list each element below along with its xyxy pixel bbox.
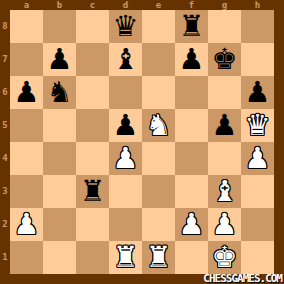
square-c1[interactable]	[76, 241, 109, 274]
square-a3[interactable]	[10, 175, 43, 208]
square-d6[interactable]	[109, 76, 142, 109]
piece-white-king-g1: ♚	[212, 241, 238, 274]
rank-label-1: 1	[0, 241, 10, 274]
square-b6[interactable]: ♞	[43, 76, 76, 109]
square-a7[interactable]	[10, 43, 43, 76]
chessgames-watermark: CHESSGAMES.COM	[203, 272, 282, 284]
piece-white-bishop-g3: ♝	[212, 175, 238, 208]
square-c6[interactable]	[76, 76, 109, 109]
square-a4[interactable]	[10, 142, 43, 175]
square-b3[interactable]	[43, 175, 76, 208]
file-label-g: g	[208, 0, 241, 10]
square-e4[interactable]	[142, 142, 175, 175]
square-d7[interactable]: ♝	[109, 43, 142, 76]
square-g4[interactable]	[208, 142, 241, 175]
file-label-b: b	[43, 0, 76, 10]
piece-black-pawn-f7: ♟	[179, 43, 205, 76]
rank-label-3: 3	[0, 175, 10, 208]
file-label-a: a	[10, 0, 43, 10]
square-h3[interactable]	[241, 175, 274, 208]
piece-white-pawn-g2: ♟	[212, 208, 238, 241]
piece-white-pawn-h4: ♟	[245, 142, 271, 175]
square-h2[interactable]	[241, 208, 274, 241]
square-c8[interactable]	[76, 10, 109, 43]
piece-white-queen-h5: ♛	[245, 109, 271, 142]
square-a2[interactable]: ♟	[10, 208, 43, 241]
piece-black-king-g7: ♚	[212, 43, 238, 76]
square-b5[interactable]	[43, 109, 76, 142]
piece-black-rook-f8: ♜	[179, 10, 205, 43]
square-e6[interactable]	[142, 76, 175, 109]
square-a5[interactable]	[10, 109, 43, 142]
piece-white-rook-e1: ♜	[146, 241, 172, 274]
square-h8[interactable]	[241, 10, 274, 43]
square-b7[interactable]: ♟	[43, 43, 76, 76]
file-label-h: h	[241, 0, 274, 10]
piece-white-rook-d1: ♜	[113, 241, 139, 274]
square-g7[interactable]: ♚	[208, 43, 241, 76]
square-b8[interactable]	[43, 10, 76, 43]
piece-black-knight-b6: ♞	[47, 76, 73, 109]
piece-black-bishop-d7: ♝	[113, 43, 139, 76]
piece-black-pawn-a6: ♟	[14, 76, 40, 109]
square-d1[interactable]: ♜	[109, 241, 142, 274]
square-d4[interactable]: ♟	[109, 142, 142, 175]
square-f1[interactable]	[175, 241, 208, 274]
square-e8[interactable]	[142, 10, 175, 43]
square-f5[interactable]	[175, 109, 208, 142]
file-label-d: d	[109, 0, 142, 10]
rank-label-7: 7	[0, 43, 10, 76]
piece-white-knight-e5: ♞	[146, 109, 172, 142]
square-d8[interactable]: ♛	[109, 10, 142, 43]
rank-label-4: 4	[0, 142, 10, 175]
square-h6[interactable]: ♟	[241, 76, 274, 109]
piece-white-pawn-d4: ♟	[113, 142, 139, 175]
square-h5[interactable]: ♛	[241, 109, 274, 142]
square-a1[interactable]	[10, 241, 43, 274]
rank-label-5: 5	[0, 109, 10, 142]
square-b2[interactable]	[43, 208, 76, 241]
square-e1[interactable]: ♜	[142, 241, 175, 274]
piece-black-queen-d8: ♛	[113, 10, 139, 43]
square-f8[interactable]: ♜	[175, 10, 208, 43]
square-g6[interactable]	[208, 76, 241, 109]
square-h7[interactable]	[241, 43, 274, 76]
square-g2[interactable]: ♟	[208, 208, 241, 241]
file-label-f: f	[175, 0, 208, 10]
square-c7[interactable]	[76, 43, 109, 76]
piece-black-pawn-d5: ♟	[113, 109, 139, 142]
piece-white-pawn-a2: ♟	[14, 208, 40, 241]
square-c3[interactable]: ♜	[76, 175, 109, 208]
rank-label-8: 8	[0, 10, 10, 43]
piece-black-pawn-b7: ♟	[47, 43, 73, 76]
square-d2[interactable]	[109, 208, 142, 241]
file-label-c: c	[76, 0, 109, 10]
file-label-e: e	[142, 0, 175, 10]
square-a6[interactable]: ♟	[10, 76, 43, 109]
rank-label-6: 6	[0, 76, 10, 109]
square-h4[interactable]: ♟	[241, 142, 274, 175]
square-e5[interactable]: ♞	[142, 109, 175, 142]
square-d5[interactable]: ♟	[109, 109, 142, 142]
square-a8[interactable]	[10, 10, 43, 43]
square-g3[interactable]: ♝	[208, 175, 241, 208]
square-e7[interactable]	[142, 43, 175, 76]
square-d3[interactable]	[109, 175, 142, 208]
square-c5[interactable]	[76, 109, 109, 142]
square-g5[interactable]: ♟	[208, 109, 241, 142]
square-e2[interactable]	[142, 208, 175, 241]
chess-diagram: CHESSGAMES.COM abcdefgh87654321♛♜♟♝♟♚♟♞♟…	[0, 0, 284, 284]
piece-black-rook-c3: ♜	[80, 175, 106, 208]
square-f7[interactable]: ♟	[175, 43, 208, 76]
square-f2[interactable]: ♟	[175, 208, 208, 241]
square-c4[interactable]	[76, 142, 109, 175]
rank-label-2: 2	[0, 208, 10, 241]
square-f6[interactable]	[175, 76, 208, 109]
square-g1[interactable]: ♚	[208, 241, 241, 274]
square-f4[interactable]	[175, 142, 208, 175]
piece-white-pawn-f2: ♟	[179, 208, 205, 241]
square-g8[interactable]	[208, 10, 241, 43]
square-h1[interactable]	[241, 241, 274, 274]
square-f3[interactable]	[175, 175, 208, 208]
square-b4[interactable]	[43, 142, 76, 175]
piece-black-pawn-h6: ♟	[245, 76, 271, 109]
square-c2[interactable]	[76, 208, 109, 241]
square-e3[interactable]	[142, 175, 175, 208]
piece-black-pawn-g5: ♟	[212, 109, 238, 142]
square-b1[interactable]	[43, 241, 76, 274]
